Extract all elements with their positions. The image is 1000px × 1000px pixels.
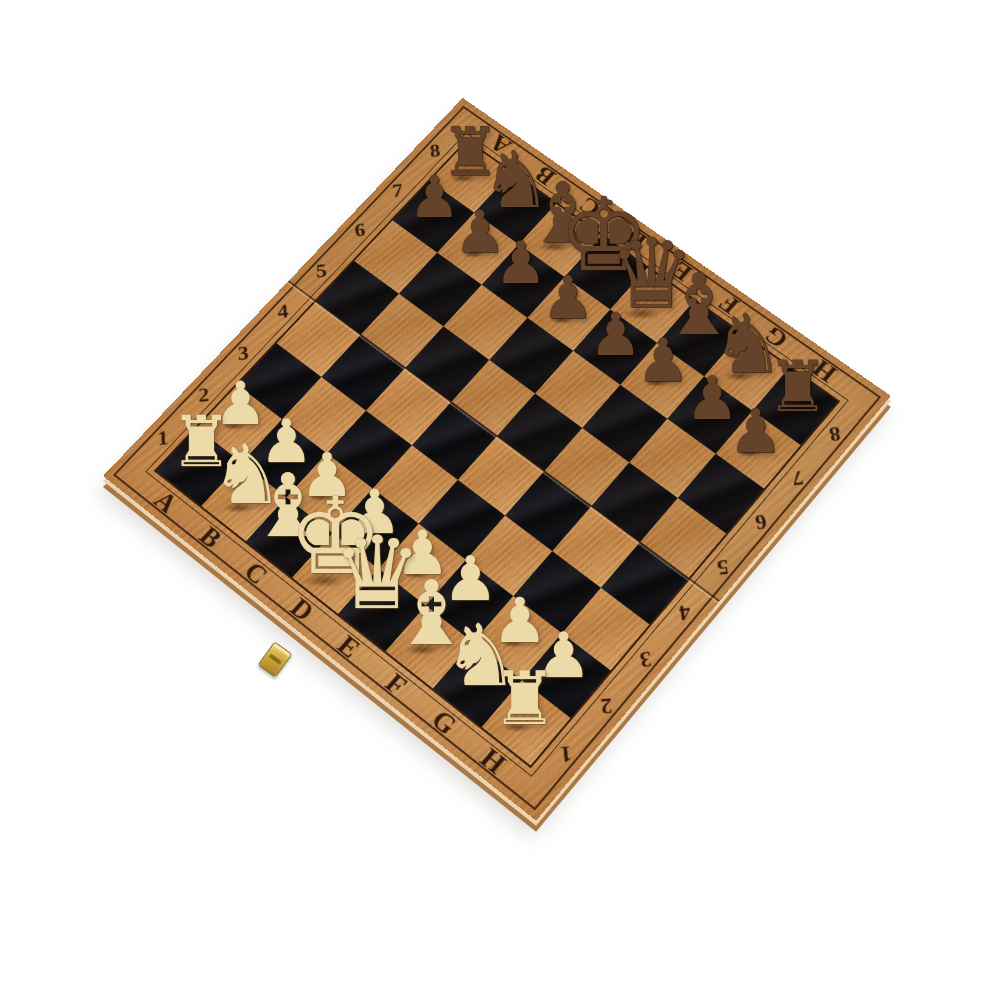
piece-dark-pawn-d7: ♟: [541, 269, 594, 328]
piece-dark-pawn-e7: ♟: [589, 305, 642, 364]
piece-light-rook-h1: ♜: [492, 662, 558, 736]
rank-label-right-1: 1: [549, 737, 584, 771]
product-photo-stage: AA88BB77CC66DD55EE44FF33GG22HH11 ♜♞♝♚♛♝♞…: [0, 0, 1000, 1000]
rank-label-left-3: 3: [228, 339, 259, 368]
rank-label-left-4: 4: [267, 297, 298, 326]
piece-dark-pawn-a7: ♟: [408, 169, 460, 227]
brass-latch: [258, 641, 293, 677]
piece-dark-pawn-h7: ♟: [728, 401, 782, 461]
rank-label-right-4: 4: [667, 597, 702, 629]
piece-dark-pawn-f7: ♟: [636, 331, 689, 391]
rank-label-right-2: 2: [589, 689, 624, 722]
rank-label-right-3: 3: [628, 643, 663, 676]
piece-dark-pawn-c7: ♟: [494, 234, 546, 292]
